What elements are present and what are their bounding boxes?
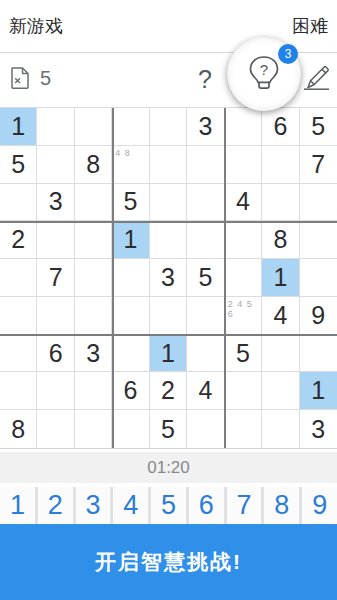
cell-r2c9[interactable]: 7 (300, 146, 337, 184)
challenge-button-label: 开启智慧挑战! (95, 548, 242, 576)
numpad-key-4[interactable]: 4 (113, 487, 148, 524)
cell-r4c6[interactable] (187, 221, 224, 259)
cell-r3c9[interactable] (300, 184, 337, 222)
cell-r1c5[interactable] (150, 108, 187, 146)
cell-r3c5[interactable] (150, 184, 187, 222)
cell-r8c6[interactable]: 4 (187, 372, 224, 410)
cell-r8c5[interactable]: 2 (150, 372, 187, 410)
cell-r8c1[interactable] (0, 372, 37, 410)
cell-r3c2[interactable]: 3 (37, 184, 74, 222)
cell-r1c6[interactable]: 3 (187, 108, 224, 146)
cell-r9c9[interactable]: 3 (300, 410, 337, 448)
svg-text:?: ? (260, 61, 268, 78)
cell-r8c4[interactable]: 6 (112, 372, 149, 410)
cell-r4c8[interactable]: 8 (262, 221, 299, 259)
erase-icon[interactable] (8, 65, 31, 91)
box-divider-horizontal-2 (0, 334, 337, 336)
cell-r2c1[interactable]: 5 (0, 146, 37, 184)
cell-r6c3[interactable] (75, 297, 112, 335)
box-divider-vertical-1 (112, 108, 114, 448)
cell-r1c3[interactable] (75, 108, 112, 146)
box-divider-vertical-2 (224, 108, 226, 448)
cell-r8c2[interactable] (37, 372, 74, 410)
cell-r9c2[interactable] (37, 410, 74, 448)
cell-r7c1[interactable] (0, 335, 37, 373)
numpad-key-6[interactable]: 6 (189, 487, 224, 524)
cell-r8c3[interactable] (75, 372, 112, 410)
cell-r4c1[interactable]: 2 (0, 221, 37, 259)
cell-r7c5[interactable]: 1 (150, 335, 187, 373)
cell-r2c5[interactable] (150, 146, 187, 184)
cell-r1c7[interactable] (225, 108, 262, 146)
cell-r7c4[interactable] (112, 335, 149, 373)
cell-r3c6[interactable] (187, 184, 224, 222)
cell-r1c9[interactable]: 5 (300, 108, 337, 146)
hint-bulb-icon: ? (244, 53, 284, 95)
cell-r5c7[interactable] (225, 259, 262, 297)
help-icon[interactable]: ? (198, 65, 212, 94)
numpad-key-9[interactable]: 9 (302, 487, 337, 524)
cell-r5c8[interactable]: 1 (262, 259, 299, 297)
cell-r7c2[interactable]: 6 (37, 335, 74, 373)
toolbar: 5 ? ? 3 (0, 53, 337, 107)
cell-r9c6[interactable] (187, 410, 224, 448)
cell-r2c6[interactable] (187, 146, 224, 184)
cell-r2c3[interactable]: 8 (75, 146, 112, 184)
sudoku-grid: 1365584 8735421873512 4 5 64963156241853 (0, 108, 337, 448)
cell-r2c2[interactable] (37, 146, 74, 184)
cell-r9c5[interactable]: 5 (150, 410, 187, 448)
cell-r7c9[interactable] (300, 335, 337, 373)
erase-count: 5 (40, 67, 51, 90)
numpad-key-5[interactable]: 5 (151, 487, 186, 524)
cell-r6c2[interactable] (37, 297, 74, 335)
numpad-key-7[interactable]: 7 (227, 487, 262, 524)
cell-r2c4[interactable]: 4 8 (112, 146, 149, 184)
numpad-key-2[interactable]: 2 (38, 487, 73, 524)
cell-r5c5[interactable]: 3 (150, 259, 187, 297)
cell-r2c8[interactable] (262, 146, 299, 184)
numpad-key-1[interactable]: 1 (0, 487, 35, 524)
cell-r8c8[interactable] (262, 372, 299, 410)
cell-r5c9[interactable] (300, 259, 337, 297)
cell-r5c2[interactable]: 7 (37, 259, 74, 297)
cell-r6c1[interactable] (0, 297, 37, 335)
numpad-key-3[interactable]: 3 (76, 487, 111, 524)
cell-r4c4[interactable]: 1 (112, 221, 149, 259)
cell-r9c8[interactable] (262, 410, 299, 448)
hint-spotlight[interactable]: ? 3 (227, 37, 301, 111)
cell-r7c8[interactable] (262, 335, 299, 373)
cell-r8c7[interactable] (225, 372, 262, 410)
cell-r6c9[interactable]: 9 (300, 297, 337, 335)
pencil-notes-icon[interactable] (300, 61, 332, 93)
cell-r3c8[interactable] (262, 184, 299, 222)
difficulty-label[interactable]: 困难 (292, 14, 328, 38)
cell-r9c4[interactable] (112, 410, 149, 448)
cell-r9c3[interactable] (75, 410, 112, 448)
cell-r6c5[interactable] (150, 297, 187, 335)
cell-r5c3[interactable] (75, 259, 112, 297)
cell-r6c7[interactable]: 2 4 5 6 (225, 297, 262, 335)
cell-r3c3[interactable] (75, 184, 112, 222)
challenge-button[interactable]: 开启智慧挑战! (0, 524, 337, 600)
cell-r4c7[interactable] (225, 221, 262, 259)
cell-r3c4[interactable]: 5 (112, 184, 149, 222)
sudoku-board: 1365584 8735421873512 4 5 64963156241853 (0, 107, 337, 449)
cell-r9c7[interactable] (225, 410, 262, 448)
numpad: 123456789 (0, 487, 337, 524)
hint-count-badge: 3 (278, 44, 298, 64)
cell-r4c9[interactable] (300, 221, 337, 259)
cell-r1c2[interactable] (37, 108, 74, 146)
cell-r8c9[interactable]: 1 (300, 372, 337, 410)
timer-bar: 01:20 (0, 452, 337, 483)
cell-r2c7[interactable] (225, 146, 262, 184)
numpad-key-8[interactable]: 8 (264, 487, 299, 524)
cell-r1c1[interactable]: 1 (0, 108, 37, 146)
new-game-button[interactable]: 新游戏 (9, 14, 63, 38)
cell-r4c5[interactable] (150, 221, 187, 259)
cell-r6c6[interactable] (187, 297, 224, 335)
timer-value: 01:20 (147, 458, 190, 478)
cell-r5c4[interactable] (112, 259, 149, 297)
cell-r5c6[interactable]: 5 (187, 259, 224, 297)
cell-r7c7[interactable]: 5 (225, 335, 262, 373)
cell-r4c2[interactable] (37, 221, 74, 259)
cell-r6c8[interactable]: 4 (262, 297, 299, 335)
cell-r6c4[interactable] (112, 297, 149, 335)
cell-r7c3[interactable]: 3 (75, 335, 112, 373)
cell-r3c7[interactable]: 4 (225, 184, 262, 222)
cell-r1c4[interactable] (112, 108, 149, 146)
cell-r7c6[interactable] (187, 335, 224, 373)
cell-r3c1[interactable] (0, 184, 37, 222)
box-divider-horizontal-1 (0, 221, 337, 223)
cell-r4c3[interactable] (75, 221, 112, 259)
cell-r1c8[interactable]: 6 (262, 108, 299, 146)
cell-r5c1[interactable] (0, 259, 37, 297)
cell-r9c1[interactable]: 8 (0, 410, 37, 448)
